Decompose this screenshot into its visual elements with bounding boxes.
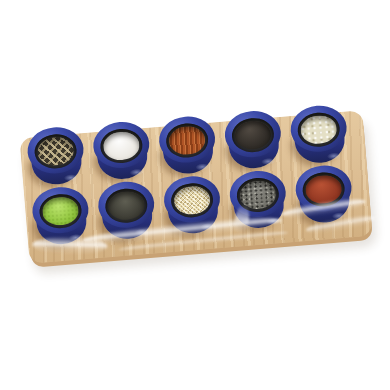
texture-pot-r2c5[interactable] [294, 163, 355, 225]
texture-disc-lime_felt [41, 196, 79, 227]
board-cell-r2c5 [289, 163, 360, 228]
board-cell-r1c4 [218, 109, 289, 174]
pot-inner-well [165, 122, 210, 159]
texture-disc-cream_mesh [173, 185, 211, 216]
texture-disc-wood_grain [168, 125, 206, 156]
board-cell-r2c3 [157, 174, 228, 239]
pot-inner-well [301, 171, 346, 208]
texture-pot-r2c4[interactable] [228, 169, 289, 231]
board-cell-r1c1 [21, 125, 92, 190]
board-cell-r1c2 [87, 119, 158, 184]
texture-pot-r1c4[interactable] [223, 109, 284, 171]
board-cell-r1c3 [152, 114, 223, 179]
texture-pot-r2c2[interactable] [96, 180, 157, 242]
texture-disc-grey_grit [239, 180, 277, 211]
board-cell-r1c5 [284, 103, 355, 168]
wooden-tray [19, 110, 372, 264]
texture-pot-r1c1[interactable] [26, 125, 87, 187]
pot-inner-well [33, 133, 78, 170]
texture-disc-charcoal_smooth [234, 120, 272, 151]
pot-inner-well [38, 193, 83, 230]
texture-disc-dark_olive_smooth [107, 190, 145, 221]
texture-disc-rust_sandpaper [305, 174, 343, 205]
pot-inner-well [99, 127, 144, 164]
board-cell-r2c1 [26, 185, 97, 250]
texture-pot-r1c5[interactable] [289, 104, 350, 166]
texture-board [21, 103, 360, 250]
texture-pot-r2c3[interactable] [162, 174, 223, 236]
pot-inner-well [236, 176, 281, 213]
texture-pot-r1c2[interactable] [92, 120, 153, 182]
texture-disc-white_felt [102, 131, 140, 162]
texture-pot-r2c1[interactable] [31, 185, 92, 247]
pot-inner-well [170, 182, 215, 219]
product-photo-stage [0, 0, 390, 390]
pot-inner-well [231, 116, 276, 153]
pot-inner-well [296, 111, 341, 148]
texture-disc-cream_sponge [300, 114, 338, 145]
texture-disc-rattan_mesh [37, 136, 75, 167]
pot-inner-well [104, 187, 149, 224]
board-cell-r2c2 [91, 179, 162, 244]
board-cell-r2c4 [223, 168, 294, 233]
texture-pot-r1c3[interactable] [157, 114, 218, 176]
